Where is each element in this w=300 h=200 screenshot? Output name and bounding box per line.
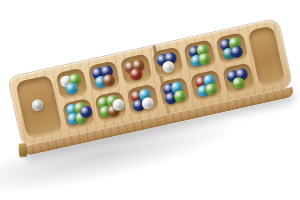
pit-bottom-2[interactable] [94, 91, 127, 123]
pit-top-3[interactable] [119, 53, 152, 85]
pit-bottom-3[interactable] [126, 84, 159, 116]
left-store-pit[interactable] [15, 75, 63, 139]
brass-latch-icon [19, 143, 28, 156]
gem-silver [31, 98, 45, 112]
pit-top-1[interactable] [55, 68, 88, 100]
pit-bottom-1[interactable] [62, 98, 95, 130]
pit-top-5[interactable] [183, 39, 216, 71]
pit-bottom-4[interactable] [158, 77, 191, 109]
pit-top-4[interactable] [151, 46, 184, 78]
pit-bottom-5[interactable] [190, 70, 223, 102]
right-store-pit[interactable] [248, 25, 286, 87]
pit-top-6[interactable] [215, 32, 248, 64]
pit-bottom-6[interactable] [222, 62, 255, 94]
photo-background [0, 0, 300, 200]
pit-top-2[interactable] [87, 61, 120, 93]
